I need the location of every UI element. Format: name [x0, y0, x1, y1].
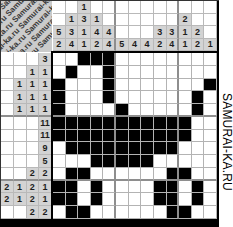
col-clue-cell: [179, 1, 192, 14]
board-cell[interactable]: [204, 168, 217, 181]
row-clue-cell: 1: [14, 193, 27, 206]
col-clue-cell: [154, 14, 167, 27]
row-clue-cell: [1, 168, 14, 181]
board-cell[interactable]: [103, 155, 116, 168]
board-cell[interactable]: [192, 155, 205, 168]
board-cell[interactable]: [53, 193, 66, 206]
board-cell[interactable]: [66, 193, 79, 206]
board-cell[interactable]: [53, 66, 66, 79]
left-edge-line: [0, 0, 1, 219]
board-cell[interactable]: [192, 193, 205, 206]
board-cell[interactable]: [78, 193, 91, 206]
row-clue-cell: [27, 117, 40, 130]
board-cell[interactable]: [154, 206, 167, 219]
board-cell[interactable]: [78, 91, 91, 104]
col-clue-cell: 4: [91, 26, 104, 39]
col-clue-cell: 1: [78, 39, 91, 52]
board-cell[interactable]: [192, 117, 205, 130]
board-cell[interactable]: [91, 91, 104, 104]
col-clue-cell: 1: [78, 1, 91, 14]
board-cell[interactable]: [66, 206, 79, 219]
board-cell[interactable]: [129, 66, 142, 79]
board-cell[interactable]: [78, 104, 91, 117]
board-cell[interactable]: [192, 91, 205, 104]
board-cell[interactable]: [129, 130, 142, 143]
board-cell[interactable]: [78, 117, 91, 130]
board-cell[interactable]: [141, 53, 154, 66]
board-cell[interactable]: [192, 206, 205, 219]
col-clue-cell: 3: [66, 26, 79, 39]
row-clue-cell: 1: [27, 66, 40, 79]
col-clue-cell: 2: [192, 26, 205, 39]
col-clue-cell: [53, 14, 66, 27]
board-cell[interactable]: [179, 130, 192, 143]
col-clue-cell: 1: [204, 39, 217, 52]
col-clue-cell: 5: [116, 39, 129, 52]
board-cell[interactable]: [91, 66, 104, 79]
col-clue-cell: 2: [91, 39, 104, 52]
bottom-black-strip: [0, 219, 219, 227]
col-clue-cell: [103, 14, 116, 27]
row-clue-cell: [27, 142, 40, 155]
board-cell[interactable]: [103, 142, 116, 155]
board-cell[interactable]: [129, 142, 142, 155]
board-cell[interactable]: [66, 79, 79, 92]
board-cell[interactable]: [192, 181, 205, 194]
board-cell[interactable]: [141, 181, 154, 194]
row-clue-cell: 2: [27, 206, 40, 219]
board-cell[interactable]: [141, 206, 154, 219]
board-cell[interactable]: [141, 142, 154, 155]
col-clue-cell: 2: [154, 39, 167, 52]
board-cell[interactable]: [78, 66, 91, 79]
col-clue-cell: [116, 1, 129, 14]
col-clue-cell: 2: [192, 39, 205, 52]
board-cell[interactable]: [103, 206, 116, 219]
row-clue-cell: 1: [14, 181, 27, 194]
board-cell[interactable]: [167, 91, 180, 104]
board-cell[interactable]: [91, 193, 104, 206]
row-clue-cell: [1, 130, 14, 143]
row-clue-cell: [14, 155, 27, 168]
board-cell[interactable]: [154, 168, 167, 181]
board-cell[interactable]: [91, 117, 104, 130]
top-edge-line: [0, 0, 219, 1]
board-cell[interactable]: [103, 66, 116, 79]
board-cell[interactable]: [192, 142, 205, 155]
col-clue-cell: 3: [78, 14, 91, 27]
board-cell[interactable]: [179, 91, 192, 104]
row-clue-cell: 1: [14, 104, 27, 117]
board-cell[interactable]: [116, 155, 129, 168]
board-cell[interactable]: [66, 104, 79, 117]
col-clue-cell: 1: [78, 26, 91, 39]
board-cell[interactable]: [66, 130, 79, 143]
board-cell[interactable]: [129, 168, 142, 181]
board-cell[interactable]: [66, 181, 79, 194]
site-vertical-label: SAMURAI-KA.RU: [220, 93, 233, 191]
board-cell[interactable]: [103, 53, 116, 66]
board-cell[interactable]: [53, 79, 66, 92]
board-cell[interactable]: [116, 206, 129, 219]
row-clue-cell: 1: [14, 91, 27, 104]
board-cell[interactable]: [154, 104, 167, 117]
board-cell[interactable]: [204, 130, 217, 143]
board-cell[interactable]: [154, 66, 167, 79]
row-clue-cell: 1: [27, 91, 40, 104]
board-cell[interactable]: [53, 168, 66, 181]
board-cell[interactable]: [53, 53, 66, 66]
board-cell[interactable]: [179, 79, 192, 92]
board-cell[interactable]: [53, 155, 66, 168]
col-clue-cell: 5: [53, 26, 66, 39]
col-clue-cell: 3: [154, 26, 167, 39]
col-clue-cell: [116, 26, 129, 39]
board-cell[interactable]: [103, 91, 116, 104]
board-cell[interactable]: [192, 79, 205, 92]
board-cell[interactable]: [129, 206, 142, 219]
board-cell[interactable]: [78, 53, 91, 66]
board-cell[interactable]: [66, 91, 79, 104]
board-cell[interactable]: [116, 117, 129, 130]
board-cell[interactable]: [204, 193, 217, 206]
board-cell[interactable]: [204, 181, 217, 194]
board-cell[interactable]: [179, 206, 192, 219]
col-clue-cell: 2: [53, 39, 66, 52]
board-cell[interactable]: [204, 104, 217, 117]
board-cell[interactable]: [53, 117, 66, 130]
board-cell[interactable]: [167, 79, 180, 92]
board-cell[interactable]: [91, 181, 104, 194]
board-cell[interactable]: [53, 104, 66, 117]
board-cell[interactable]: [192, 53, 205, 66]
board-cell[interactable]: [179, 142, 192, 155]
board-cell[interactable]: [154, 79, 167, 92]
row-clue-cell: [1, 66, 14, 79]
nonogram-page: Samurai-ka.ru Samurai-ka.ruSamurai-ka.ru…: [0, 0, 233, 227]
board-cell[interactable]: [91, 206, 104, 219]
row-clue-cell: [14, 53, 27, 66]
board-cell[interactable]: [154, 117, 167, 130]
board-cell[interactable]: [129, 193, 142, 206]
row-clue-cell: [14, 206, 27, 219]
board-cell[interactable]: [116, 168, 129, 181]
col-clue-cell: [129, 14, 142, 27]
board-cell[interactable]: [154, 91, 167, 104]
board-cell[interactable]: [204, 117, 217, 130]
col-clue-cell: [141, 26, 154, 39]
row-clue-cell: 2: [1, 193, 14, 206]
board-cell[interactable]: [167, 155, 180, 168]
col-clue-cell: [53, 1, 66, 14]
row-clue-cell: [1, 91, 14, 104]
board-cell[interactable]: [141, 193, 154, 206]
board-cell[interactable]: [103, 117, 116, 130]
board-cell[interactable]: [154, 130, 167, 143]
col-clue-cell: 4: [141, 39, 154, 52]
board-cell[interactable]: [78, 181, 91, 194]
board-cell[interactable]: [78, 206, 91, 219]
col-clue-cell: [167, 14, 180, 27]
board-cell[interactable]: [129, 53, 142, 66]
board-cell[interactable]: [141, 130, 154, 143]
board-cell[interactable]: [204, 206, 217, 219]
board-cell[interactable]: [154, 142, 167, 155]
board-cell[interactable]: [53, 206, 66, 219]
board-cell[interactable]: [141, 79, 154, 92]
board-cell[interactable]: [129, 117, 142, 130]
row-clue-cell: [27, 53, 40, 66]
board-cell[interactable]: [116, 91, 129, 104]
col-clue-cell: 2: [179, 14, 192, 27]
col-clue-cell: [154, 1, 167, 14]
board-cell[interactable]: [129, 91, 142, 104]
board-cell[interactable]: [167, 117, 180, 130]
col-clue-cell: [192, 1, 205, 14]
col-clue-cell: 3: [167, 26, 180, 39]
board-cell[interactable]: [179, 193, 192, 206]
board-cell[interactable]: [167, 168, 180, 181]
board-cell[interactable]: [91, 168, 104, 181]
board-cell[interactable]: [116, 181, 129, 194]
board-cell[interactable]: [192, 168, 205, 181]
col-clue-cell: [141, 14, 154, 27]
board-cell[interactable]: [103, 193, 116, 206]
row-clue-cell: 2: [1, 181, 14, 194]
board-cell[interactable]: [116, 53, 129, 66]
col-clue-cell: [204, 1, 217, 14]
col-clue-cell: [204, 26, 217, 39]
row-clue-cell: [1, 155, 14, 168]
board-cell[interactable]: [66, 117, 79, 130]
board-cell[interactable]: [78, 142, 91, 155]
col-clue-cell: 4: [66, 39, 79, 52]
row-clue-cell: [1, 117, 14, 130]
board-cell[interactable]: [141, 168, 154, 181]
board-cell[interactable]: [204, 91, 217, 104]
row-clue-cell: [1, 79, 14, 92]
board-cell[interactable]: [179, 104, 192, 117]
board-cell[interactable]: [129, 104, 142, 117]
row-clue-cell: [14, 142, 27, 155]
row-clues: 311111111111111195222121212122: [1, 53, 52, 219]
row-clue-cell: [1, 104, 14, 117]
board-cell[interactable]: [116, 79, 129, 92]
board-cell[interactable]: [78, 79, 91, 92]
board-cell[interactable]: [91, 142, 104, 155]
board-cell[interactable]: [91, 53, 104, 66]
board-cell[interactable]: [103, 130, 116, 143]
board-cell[interactable]: [91, 104, 104, 117]
board-cell[interactable]: [167, 142, 180, 155]
col-clue-cell: [129, 1, 142, 14]
board-cell[interactable]: [53, 91, 66, 104]
watermark-text: Samurai-ka.ru Samurai-ka.ruSamurai-ka.ru…: [0, 0, 52, 52]
board-cell[interactable]: [66, 155, 79, 168]
row-clue-cell: 2: [27, 193, 40, 206]
board-cell[interactable]: [167, 130, 180, 143]
board-cell[interactable]: [167, 53, 180, 66]
board-cell[interactable]: [192, 66, 205, 79]
board-cell[interactable]: [204, 66, 217, 79]
board-cell[interactable]: [91, 155, 104, 168]
row-clue-cell: 1: [27, 79, 40, 92]
board-cell[interactable]: [103, 79, 116, 92]
board-cell[interactable]: [129, 155, 142, 168]
row-clue-cell: [27, 130, 40, 143]
board-cell[interactable]: [103, 104, 116, 117]
board-cell[interactable]: [204, 142, 217, 155]
board-cell[interactable]: [116, 130, 129, 143]
column-clues: 113125314433122412454424121: [53, 1, 217, 51]
col-clue-cell: 4: [129, 39, 142, 52]
col-clue-cell: [204, 14, 217, 27]
board-cell[interactable]: [141, 91, 154, 104]
board-cell[interactable]: [154, 155, 167, 168]
row-clue-cell: 1: [27, 104, 40, 117]
board-cell[interactable]: [66, 66, 79, 79]
board-cell[interactable]: [116, 104, 129, 117]
col-clue-cell: [141, 1, 154, 14]
row-clue-cell: 2: [27, 168, 40, 181]
row-clue-cell: [14, 117, 27, 130]
col-clue-cell: [116, 14, 129, 27]
board-cell[interactable]: [116, 142, 129, 155]
board-cell[interactable]: [103, 181, 116, 194]
board-cell[interactable]: [204, 79, 217, 92]
board-cell[interactable]: [53, 130, 66, 143]
board-cell[interactable]: [116, 66, 129, 79]
board-cell[interactable]: [179, 168, 192, 181]
row-clue-cell: [14, 168, 27, 181]
board-cell[interactable]: [78, 168, 91, 181]
board-cell[interactable]: [78, 155, 91, 168]
row-clue-cell: [14, 66, 27, 79]
board-cell[interactable]: [129, 181, 142, 194]
board-cell[interactable]: [167, 66, 180, 79]
board-cell[interactable]: [91, 79, 104, 92]
col-clue-cell: [91, 1, 104, 14]
board-cell[interactable]: [179, 53, 192, 66]
board-cell[interactable]: [154, 193, 167, 206]
board-cell[interactable]: [53, 142, 66, 155]
board-cell[interactable]: [179, 66, 192, 79]
col-clue-cell: 1: [179, 26, 192, 39]
col-clue-cell: [66, 1, 79, 14]
board-cell[interactable]: [204, 53, 217, 66]
board-cell[interactable]: [154, 181, 167, 194]
board-cell[interactable]: [192, 130, 205, 143]
board-cell[interactable]: [116, 193, 129, 206]
board-cell[interactable]: [141, 117, 154, 130]
board-cell[interactable]: [141, 104, 154, 117]
board-cell[interactable]: [66, 168, 79, 181]
board-cell[interactable]: [192, 104, 205, 117]
board-cell[interactable]: [129, 79, 142, 92]
board-cell[interactable]: [154, 53, 167, 66]
board-cell[interactable]: [167, 193, 180, 206]
watermark-corner: Samurai-ka.ru Samurai-ka.ruSamurai-ka.ru…: [0, 0, 52, 52]
board-frame: [51, 51, 219, 221]
col-clue-cell: 4: [103, 39, 116, 52]
board-cell[interactable]: [179, 181, 192, 194]
board-cell[interactable]: [141, 155, 154, 168]
row-clue-cell: [1, 53, 14, 66]
board-cell[interactable]: [167, 206, 180, 219]
board-cell[interactable]: [103, 168, 116, 181]
col-clue-cell: [103, 1, 116, 14]
board-cell[interactable]: [66, 53, 79, 66]
puzzle-board: [53, 53, 217, 219]
col-clue-cell: 1: [179, 39, 192, 52]
row-clue-cell: [14, 130, 27, 143]
col-clue-cell: 4: [103, 26, 116, 39]
col-clue-cell: 1: [66, 14, 79, 27]
board-cell[interactable]: [53, 181, 66, 194]
board-cell[interactable]: [204, 155, 217, 168]
board-cell[interactable]: [167, 181, 180, 194]
site-label-strip: SAMURAI-KA.RU: [219, 0, 233, 227]
col-clue-cell: [167, 1, 180, 14]
row-clue-cell: [27, 155, 40, 168]
board-cell[interactable]: [179, 117, 192, 130]
row-clue-cell: 2: [27, 181, 40, 194]
row-clue-cell: 1: [14, 79, 27, 92]
board-cell[interactable]: [141, 66, 154, 79]
col-clue-cell: 4: [167, 39, 180, 52]
col-clue-cell: 1: [91, 14, 104, 27]
row-clue-cell: [1, 206, 14, 219]
board-cell[interactable]: [179, 155, 192, 168]
col-clue-cell: [129, 26, 142, 39]
board-cell[interactable]: [78, 130, 91, 143]
col-clue-cell: [192, 14, 205, 27]
board-cell[interactable]: [66, 142, 79, 155]
board-cell[interactable]: [167, 104, 180, 117]
row-clue-cell: [1, 142, 14, 155]
board-cell[interactable]: [91, 130, 104, 143]
